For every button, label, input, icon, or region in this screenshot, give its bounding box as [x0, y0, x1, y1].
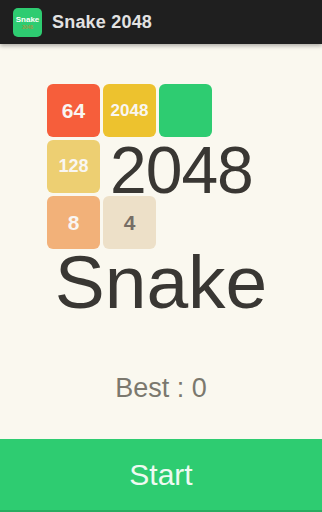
logo-tile-64: 64 [47, 84, 100, 137]
action-bar: Snake 2048 Snake 2048 [0, 0, 322, 44]
logo-title-2048: 2048 [110, 134, 253, 207]
app-icon: Snake 2048 [13, 8, 42, 37]
best-score-label: Best : 0 [0, 373, 322, 404]
app-icon-title: Snake [16, 15, 40, 24]
app-title: Snake 2048 [52, 12, 152, 33]
app-root: Snake 2048 Snake 2048 64204812884 2048 S… [0, 0, 322, 512]
logo-tile-green [159, 84, 212, 137]
logo-tile-2048: 2048 [103, 84, 156, 137]
start-button[interactable]: Start [0, 439, 322, 512]
logo-title-snake: Snake [0, 245, 322, 320]
app-icon-subtitle: 2048 [22, 24, 33, 30]
logo-tile-128: 128 [47, 140, 100, 193]
